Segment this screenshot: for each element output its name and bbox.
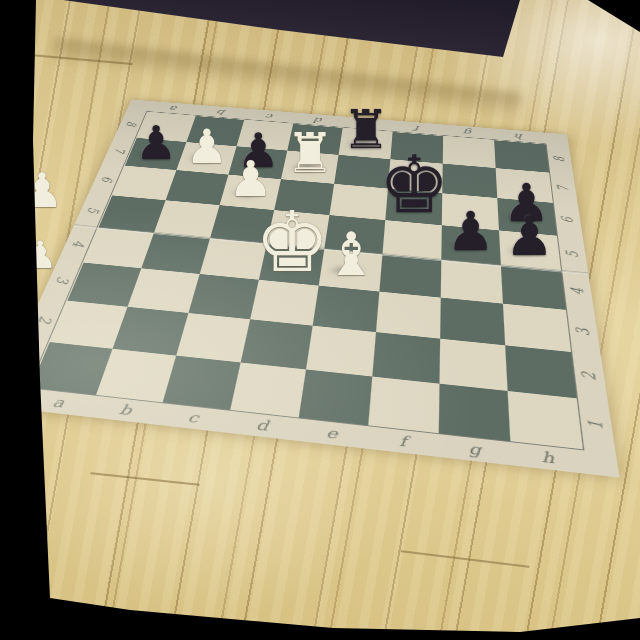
square-h5[interactable] bbox=[499, 230, 561, 271]
file-label-top-g: g bbox=[464, 128, 473, 136]
square-h6[interactable] bbox=[497, 198, 557, 236]
square-d8[interactable] bbox=[287, 124, 342, 155]
rank-label-right-8: 8 bbox=[552, 156, 567, 162]
square-b3[interactable] bbox=[128, 268, 200, 313]
file-label-bottom-g: g bbox=[468, 442, 481, 458]
square-c2[interactable] bbox=[176, 313, 250, 362]
file-label-top-f: f bbox=[415, 124, 420, 131]
file-label-top-a: a bbox=[169, 105, 179, 112]
square-c6[interactable] bbox=[220, 175, 281, 210]
square-g8[interactable] bbox=[443, 136, 496, 168]
square-d7[interactable] bbox=[281, 151, 339, 184]
file-label-bottom-h: h bbox=[541, 450, 555, 466]
square-e7[interactable] bbox=[334, 155, 390, 189]
square-c1[interactable] bbox=[163, 356, 241, 410]
file-label-top-b: b bbox=[217, 108, 227, 115]
square-g5[interactable] bbox=[441, 225, 501, 265]
square-c7[interactable] bbox=[228, 146, 287, 179]
square-g1[interactable] bbox=[439, 384, 511, 442]
file-label-top-e: e bbox=[364, 120, 373, 128]
square-c8[interactable] bbox=[237, 120, 294, 151]
square-d5[interactable] bbox=[267, 210, 330, 249]
square-c3[interactable] bbox=[188, 274, 258, 319]
square-g3[interactable] bbox=[440, 298, 505, 346]
square-g2[interactable] bbox=[439, 339, 507, 391]
square-f1[interactable] bbox=[368, 377, 439, 434]
file-label-bottom-d: d bbox=[255, 418, 269, 433]
square-e8[interactable] bbox=[339, 128, 393, 159]
square-b5[interactable] bbox=[154, 200, 220, 238]
rank-label-left-4: 4 bbox=[69, 240, 87, 247]
square-f7[interactable] bbox=[388, 159, 443, 193]
rank-label-right-5: 5 bbox=[564, 251, 581, 259]
rank-label-left-6: 6 bbox=[99, 176, 115, 182]
square-d6[interactable] bbox=[274, 179, 334, 215]
rank-label-left-7: 7 bbox=[112, 148, 128, 154]
square-d3[interactable] bbox=[250, 280, 319, 326]
square-f5[interactable] bbox=[382, 220, 441, 260]
square-b7[interactable] bbox=[176, 142, 236, 175]
file-label-bottom-e: e bbox=[326, 426, 339, 441]
square-e4[interactable] bbox=[319, 249, 383, 292]
square-b4[interactable] bbox=[141, 233, 210, 274]
square-f8[interactable] bbox=[390, 132, 443, 164]
file-label-top-d: d bbox=[314, 116, 324, 123]
square-b8[interactable] bbox=[186, 116, 244, 146]
rank-label-left-1: 1 bbox=[15, 358, 35, 368]
rank-label-right-7: 7 bbox=[556, 185, 571, 191]
square-d4[interactable] bbox=[259, 244, 324, 286]
square-f2[interactable] bbox=[372, 332, 440, 384]
square-h3[interactable] bbox=[503, 304, 571, 352]
square-f4[interactable] bbox=[379, 254, 441, 297]
rank-label-left-2: 2 bbox=[35, 315, 54, 324]
rank-label-left-5: 5 bbox=[85, 207, 102, 214]
square-d1[interactable] bbox=[230, 362, 306, 417]
square-g7[interactable] bbox=[442, 164, 497, 198]
square-f6[interactable] bbox=[385, 189, 442, 226]
file-label-top-h: h bbox=[515, 132, 524, 140]
rank-label-left-3: 3 bbox=[53, 276, 71, 284]
file-label-bottom-b: b bbox=[118, 403, 134, 418]
square-f3[interactable] bbox=[376, 292, 441, 339]
rank-label-right-6: 6 bbox=[560, 217, 576, 224]
file-label-bottom-a: a bbox=[51, 395, 67, 409]
square-e1[interactable] bbox=[299, 369, 373, 425]
square-e2[interactable] bbox=[306, 326, 376, 377]
rank-label-left-8: 8 bbox=[124, 121, 139, 126]
square-c4[interactable] bbox=[200, 238, 267, 280]
square-g6[interactable] bbox=[442, 193, 499, 230]
square-b6[interactable] bbox=[166, 170, 229, 205]
square-g4[interactable] bbox=[441, 260, 503, 304]
board-grid bbox=[30, 112, 583, 449]
file-label-bottom-c: c bbox=[186, 410, 200, 425]
square-c5[interactable] bbox=[210, 205, 274, 243]
square-e6[interactable] bbox=[329, 184, 387, 220]
square-h2[interactable] bbox=[505, 345, 577, 398]
file-label-top-c: c bbox=[266, 112, 275, 119]
file-label-bottom-f: f bbox=[399, 434, 407, 449]
square-e5[interactable] bbox=[324, 215, 385, 254]
rank-label-right-4: 4 bbox=[569, 287, 587, 295]
rank-label-right-1: 1 bbox=[586, 420, 606, 431]
rank-label-right-2: 2 bbox=[580, 371, 599, 381]
rank-label-right-3: 3 bbox=[574, 328, 592, 337]
square-h4[interactable] bbox=[501, 266, 566, 310]
square-h1[interactable] bbox=[508, 391, 583, 449]
photo-scene: aabbccddeeffgghh1122334455667788 ♜♟♟♟♜♟♚… bbox=[0, 0, 640, 640]
square-e3[interactable] bbox=[313, 286, 380, 332]
square-d2[interactable] bbox=[241, 319, 313, 369]
